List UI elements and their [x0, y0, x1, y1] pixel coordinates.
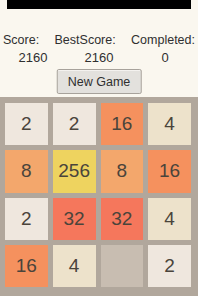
tile-16: 16	[101, 103, 144, 145]
completed-value: 0	[132, 50, 198, 65]
scoreboard-values: 2160 2160 0	[0, 50, 198, 65]
tile-8: 8	[101, 150, 144, 192]
tile-2: 2	[5, 103, 48, 145]
tile-4: 4	[148, 198, 191, 240]
new-game-button[interactable]: New Game	[57, 69, 142, 94]
status-bar	[7, 0, 191, 9]
empty-cell	[101, 245, 144, 287]
tile-32: 32	[53, 198, 96, 240]
tile-16: 16	[5, 245, 48, 287]
tile-2: 2	[5, 198, 48, 240]
tile-4: 4	[148, 103, 191, 145]
tile-256: 256	[53, 150, 96, 192]
score-value: 2160	[0, 50, 66, 65]
tile-32: 32	[101, 198, 144, 240]
tile-8: 8	[5, 150, 48, 192]
scoreboard-labels: Score: BestScore: Completed:	[0, 33, 198, 47]
app-screen: Score: BestScore: Completed: 2160 2160 0…	[0, 0, 198, 296]
tile-16: 16	[148, 150, 191, 192]
best-score-value: 2160	[66, 50, 132, 65]
tile-4: 4	[53, 245, 96, 287]
completed-label: Completed:	[131, 33, 195, 47]
tile-2: 2	[53, 103, 96, 145]
score-label: Score:	[3, 33, 39, 47]
tile-2: 2	[148, 245, 191, 287]
board-grid[interactable]: 2216482568162323241642	[0, 97, 198, 296]
best-score-label: BestScore:	[55, 33, 116, 47]
